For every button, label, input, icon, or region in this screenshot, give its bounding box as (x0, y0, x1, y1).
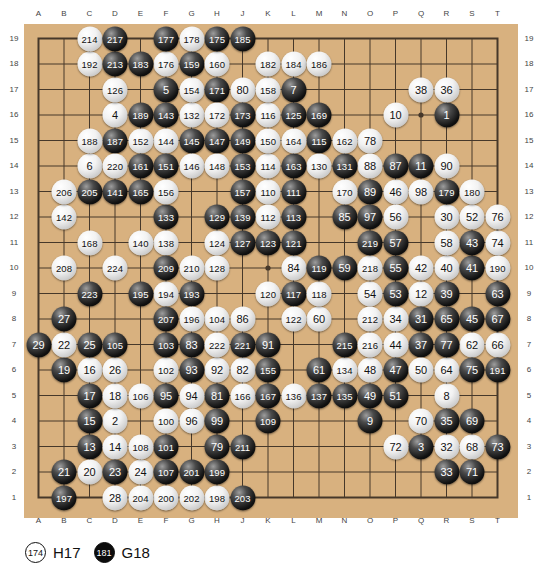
stone-M9: 118 (307, 281, 332, 306)
stone-M15: 115 (307, 128, 332, 153)
stone-N7: 215 (332, 332, 357, 357)
stone-J1: 203 (230, 485, 255, 510)
stone-G9: 193 (179, 281, 204, 306)
stone-J11: 127 (230, 230, 255, 255)
stone-R16: 1 (434, 103, 459, 128)
stone-K9: 120 (256, 281, 281, 306)
coord-label-top-E: E (138, 10, 143, 18)
stone-L5: 136 (281, 383, 306, 408)
stone-G5: 94 (179, 383, 204, 408)
stone-M5: 137 (307, 383, 332, 408)
stone-T6: 191 (485, 358, 510, 383)
coord-label-top-G: G (188, 10, 194, 18)
black-stone-icon: 181 (94, 542, 115, 563)
stone-D17: 126 (103, 77, 128, 102)
stone-K6: 155 (256, 358, 281, 383)
stone-L11: 121 (281, 230, 306, 255)
coord-label-top-P: P (393, 10, 398, 18)
coord-label-left-4: 4 (12, 417, 16, 425)
stone-D5: 18 (103, 383, 128, 408)
stone-B12: 142 (52, 205, 77, 230)
coord-label-right-7: 7 (527, 341, 531, 349)
coord-label-right-12: 12 (525, 213, 534, 221)
coord-label-left-6: 6 (12, 366, 16, 374)
stone-T8: 67 (485, 307, 510, 332)
stone-F11: 138 (154, 230, 179, 255)
stone-K4: 109 (256, 409, 281, 434)
stone-R7: 77 (434, 332, 459, 357)
stone-P14: 87 (383, 154, 408, 179)
stone-P6: 47 (383, 358, 408, 383)
stone-Q7: 37 (409, 332, 434, 357)
stone-C15: 188 (77, 128, 102, 153)
ko-move-location-black: G18 (122, 544, 150, 561)
stone-J17: 80 (230, 77, 255, 102)
stone-K5: 167 (256, 383, 281, 408)
stone-J16: 173 (230, 103, 255, 128)
stone-C9: 223 (77, 281, 102, 306)
stone-H4: 99 (205, 409, 230, 434)
stone-D13: 141 (103, 179, 128, 204)
stone-F9: 194 (154, 281, 179, 306)
stone-S4: 69 (460, 409, 485, 434)
stone-G16: 132 (179, 103, 204, 128)
stone-G10: 210 (179, 256, 204, 281)
coord-label-left-5: 5 (12, 392, 16, 400)
stone-S11: 43 (460, 230, 485, 255)
stone-D14: 220 (103, 154, 128, 179)
stone-E9: 195 (128, 281, 153, 306)
stone-E16: 189 (128, 103, 153, 128)
stone-F12: 133 (154, 205, 179, 230)
stone-J14: 153 (230, 154, 255, 179)
coord-label-right-8: 8 (527, 315, 531, 323)
stone-Q14: 11 (409, 154, 434, 179)
stone-R4: 35 (434, 409, 459, 434)
coord-label-right-5: 5 (527, 392, 531, 400)
stone-G19: 178 (179, 26, 204, 51)
stone-K14: 114 (256, 154, 281, 179)
stone-F8: 207 (154, 307, 179, 332)
stone-M18: 186 (307, 52, 332, 77)
stone-F1: 200 (154, 485, 179, 510)
stone-C4: 15 (77, 409, 102, 434)
coord-label-bottom-H: H (214, 517, 220, 525)
stone-E18: 183 (128, 52, 153, 77)
stone-L15: 164 (281, 128, 306, 153)
coord-label-bottom-R: R (444, 517, 450, 525)
coord-label-bottom-L: L (291, 517, 295, 525)
stone-D1: 28 (103, 485, 128, 510)
stone-K12: 112 (256, 205, 281, 230)
stone-R12: 30 (434, 205, 459, 230)
stone-H6: 92 (205, 358, 230, 383)
stone-F14: 151 (154, 154, 179, 179)
coord-label-top-M: M (316, 10, 323, 18)
stone-R13: 179 (434, 179, 459, 204)
coord-label-bottom-D: D (112, 517, 118, 525)
stone-P10: 55 (383, 256, 408, 281)
stone-Q17: 38 (409, 77, 434, 102)
stone-G6: 93 (179, 358, 204, 383)
stone-E1: 204 (128, 485, 153, 510)
coord-label-right-1: 1 (527, 494, 531, 502)
coord-label-bottom-Q: Q (418, 517, 424, 525)
stone-B8: 27 (52, 307, 77, 332)
stone-C18: 192 (77, 52, 102, 77)
stone-K7: 91 (256, 332, 281, 357)
stone-H3: 79 (205, 434, 230, 459)
stone-P16: 10 (383, 103, 408, 128)
goban[interactable]: 1234567891011121314151617181920212223242… (24, 24, 518, 518)
stone-D4: 2 (103, 409, 128, 434)
coord-label-top-K: K (265, 10, 270, 18)
stone-N10: 59 (332, 256, 357, 281)
stone-N6: 134 (332, 358, 357, 383)
coord-label-top-S: S (469, 10, 474, 18)
stone-K13: 110 (256, 179, 281, 204)
stone-Q13: 98 (409, 179, 434, 204)
stone-J13: 157 (230, 179, 255, 204)
stone-J3: 211 (230, 434, 255, 459)
stone-O12: 97 (358, 205, 383, 230)
stone-R2: 33 (434, 460, 459, 485)
stone-O9: 54 (358, 281, 383, 306)
coord-label-right-6: 6 (527, 366, 531, 374)
coord-label-right-11: 11 (525, 239, 533, 247)
stone-Q3: 3 (409, 434, 434, 459)
coord-label-left-14: 14 (10, 162, 19, 170)
stone-S13: 180 (460, 179, 485, 204)
stone-S8: 45 (460, 307, 485, 332)
coord-label-right-18: 18 (525, 60, 534, 68)
stone-Q9: 12 (409, 281, 434, 306)
stone-O13: 89 (358, 179, 383, 204)
stone-F17: 5 (154, 77, 179, 102)
stone-L10: 84 (281, 256, 306, 281)
stone-C14: 6 (77, 154, 102, 179)
stone-S12: 52 (460, 205, 485, 230)
stone-C13: 205 (77, 179, 102, 204)
stone-R11: 58 (434, 230, 459, 255)
stone-P7: 44 (383, 332, 408, 357)
coord-label-left-7: 7 (12, 341, 16, 349)
stone-H2: 199 (205, 460, 230, 485)
stone-F3: 101 (154, 434, 179, 459)
ko-moves-caption: 174 H17 181 G18 (25, 539, 156, 565)
coord-label-top-O: O (367, 10, 373, 18)
stone-G15: 145 (179, 128, 204, 153)
stone-H16: 172 (205, 103, 230, 128)
coord-label-right-4: 4 (527, 417, 531, 425)
stone-B6: 19 (52, 358, 77, 383)
stone-Q4: 70 (409, 409, 434, 434)
stone-Q10: 42 (409, 256, 434, 281)
coord-label-right-19: 19 (525, 35, 534, 43)
coord-label-bottom-G: G (188, 517, 194, 525)
stone-F16: 143 (154, 103, 179, 128)
coord-label-right-16: 16 (525, 111, 534, 119)
stone-O10: 218 (358, 256, 383, 281)
stone-H12: 129 (205, 205, 230, 230)
stone-K17: 158 (256, 77, 281, 102)
stone-E5: 106 (128, 383, 153, 408)
stone-G4: 96 (179, 409, 204, 434)
stone-J6: 82 (230, 358, 255, 383)
coord-label-top-A: A (36, 10, 41, 18)
stone-R5: 8 (434, 383, 459, 408)
stone-H15: 147 (205, 128, 230, 153)
stone-O8: 212 (358, 307, 383, 332)
stone-N14: 131 (332, 154, 357, 179)
stone-R9: 39 (434, 281, 459, 306)
stone-M8: 60 (307, 307, 332, 332)
white-stone-icon: 174 (25, 542, 46, 563)
coord-label-left-9: 9 (12, 290, 16, 298)
stone-D10: 224 (103, 256, 128, 281)
stone-T10: 190 (485, 256, 510, 281)
coord-label-right-14: 14 (525, 162, 534, 170)
stone-N13: 170 (332, 179, 357, 204)
stone-D19: 217 (103, 26, 128, 51)
stone-A7: 29 (26, 332, 51, 357)
stone-Q8: 31 (409, 307, 434, 332)
stone-O4: 9 (358, 409, 383, 434)
stone-S6: 75 (460, 358, 485, 383)
coord-label-left-1: 1 (12, 494, 16, 502)
stone-B10: 208 (52, 256, 77, 281)
coord-label-left-8: 8 (12, 315, 16, 323)
stone-M10: 119 (307, 256, 332, 281)
coord-label-left-19: 19 (10, 35, 19, 43)
stone-O11: 219 (358, 230, 383, 255)
stone-S7: 62 (460, 332, 485, 357)
stone-E15: 152 (128, 128, 153, 153)
coord-label-bottom-O: O (367, 517, 373, 525)
coord-label-bottom-T: T (495, 517, 500, 525)
coord-label-bottom-A: A (36, 517, 41, 525)
stone-D16: 4 (103, 103, 128, 128)
stone-G18: 159 (179, 52, 204, 77)
stone-M14: 130 (307, 154, 332, 179)
coord-label-top-C: C (87, 10, 93, 18)
stone-G8: 196 (179, 307, 204, 332)
stone-O7: 216 (358, 332, 383, 357)
coord-label-bottom-P: P (393, 517, 398, 525)
stone-G17: 154 (179, 77, 204, 102)
stone-T3: 73 (485, 434, 510, 459)
stone-J15: 149 (230, 128, 255, 153)
coord-label-bottom-C: C (87, 517, 93, 525)
stone-P9: 53 (383, 281, 408, 306)
stone-H14: 148 (205, 154, 230, 179)
go-kifu-diagram: ABCDEFGHJKLMNOPQRST ABCDEFGHJKLMNOPQRST … (0, 0, 540, 577)
coord-label-top-R: R (444, 10, 450, 18)
stone-B13: 206 (52, 179, 77, 204)
stone-K18: 182 (256, 52, 281, 77)
stone-M6: 61 (307, 358, 332, 383)
coord-label-left-18: 18 (10, 60, 19, 68)
stone-F5: 95 (154, 383, 179, 408)
stone-R14: 90 (434, 154, 459, 179)
stone-R8: 65 (434, 307, 459, 332)
coord-label-left-3: 3 (12, 443, 16, 451)
coord-label-bottom-J: J (241, 517, 245, 525)
stone-L18: 184 (281, 52, 306, 77)
coord-label-top-D: D (112, 10, 118, 18)
stone-H17: 171 (205, 77, 230, 102)
coord-label-right-3: 3 (527, 443, 531, 451)
stone-C3: 13 (77, 434, 102, 459)
stone-R17: 36 (434, 77, 459, 102)
stone-F6: 102 (154, 358, 179, 383)
stone-C7: 25 (77, 332, 102, 357)
coord-label-top-N: N (342, 10, 348, 18)
stone-T7: 66 (485, 332, 510, 357)
coord-label-top-J: J (241, 10, 245, 18)
stone-L14: 163 (281, 154, 306, 179)
coord-label-bottom-F: F (164, 517, 169, 525)
stone-F15: 144 (154, 128, 179, 153)
stone-P13: 46 (383, 179, 408, 204)
stone-J19: 185 (230, 26, 255, 51)
stone-K15: 150 (256, 128, 281, 153)
stone-O5: 49 (358, 383, 383, 408)
stone-D15: 187 (103, 128, 128, 153)
coord-label-bottom-B: B (61, 517, 66, 525)
coord-label-top-T: T (495, 10, 500, 18)
coord-label-right-9: 9 (527, 290, 531, 298)
stone-S2: 71 (460, 460, 485, 485)
coord-label-top-B: B (61, 10, 66, 18)
coord-label-left-17: 17 (10, 86, 19, 94)
stone-F7: 103 (154, 332, 179, 357)
stone-H18: 160 (205, 52, 230, 77)
stone-C19: 214 (77, 26, 102, 51)
stone-H5: 81 (205, 383, 230, 408)
stone-J5: 166 (230, 383, 255, 408)
coord-label-bottom-S: S (469, 517, 474, 525)
coord-label-left-10: 10 (10, 264, 19, 272)
stone-D6: 26 (103, 358, 128, 383)
stone-N12: 85 (332, 205, 357, 230)
coord-label-right-15: 15 (525, 137, 534, 145)
stone-F18: 176 (154, 52, 179, 77)
stone-G1: 202 (179, 485, 204, 510)
coord-label-bottom-M: M (316, 517, 323, 525)
coord-label-bottom-K: K (265, 517, 270, 525)
stone-C2: 20 (77, 460, 102, 485)
stone-J12: 139 (230, 205, 255, 230)
stone-H19: 175 (205, 26, 230, 51)
stone-S3: 68 (460, 434, 485, 459)
stone-B1: 197 (52, 485, 77, 510)
stone-B2: 21 (52, 460, 77, 485)
stone-O14: 88 (358, 154, 383, 179)
stone-T12: 76 (485, 205, 510, 230)
stone-O6: 48 (358, 358, 383, 383)
stone-E14: 161 (128, 154, 153, 179)
stone-S10: 41 (460, 256, 485, 281)
stone-F2: 107 (154, 460, 179, 485)
stone-C5: 17 (77, 383, 102, 408)
stone-C11: 168 (77, 230, 102, 255)
stone-T9: 63 (485, 281, 510, 306)
stone-L16: 125 (281, 103, 306, 128)
coord-label-right-17: 17 (525, 86, 534, 94)
stone-G14: 146 (179, 154, 204, 179)
stone-L9: 117 (281, 281, 306, 306)
stone-L13: 111 (281, 179, 306, 204)
stone-P8: 34 (383, 307, 408, 332)
stone-J7: 221 (230, 332, 255, 357)
stone-R10: 40 (434, 256, 459, 281)
stone-F4: 100 (154, 409, 179, 434)
stone-O15: 78 (358, 128, 383, 153)
coord-label-top-F: F (164, 10, 169, 18)
stone-E2: 24 (128, 460, 153, 485)
stone-M16: 169 (307, 103, 332, 128)
coord-label-left-12: 12 (10, 213, 19, 221)
coord-label-top-Q: Q (418, 10, 424, 18)
stone-H8: 104 (205, 307, 230, 332)
stone-T11: 74 (485, 230, 510, 255)
stone-G2: 201 (179, 460, 204, 485)
stone-L17: 7 (281, 77, 306, 102)
ko-move-location-white: H17 (53, 544, 81, 561)
stone-D2: 23 (103, 460, 128, 485)
stone-D18: 213 (103, 52, 128, 77)
stone-K11: 123 (256, 230, 281, 255)
coord-label-right-10: 10 (525, 264, 534, 272)
coord-label-right-2: 2 (527, 468, 531, 476)
stone-F10: 209 (154, 256, 179, 281)
stone-L12: 113 (281, 205, 306, 230)
coord-label-bottom-E: E (138, 517, 143, 525)
coord-label-left-15: 15 (10, 137, 19, 145)
stone-E13: 165 (128, 179, 153, 204)
stone-F13: 156 (154, 179, 179, 204)
coord-label-bottom-N: N (342, 517, 348, 525)
stone-R3: 32 (434, 434, 459, 459)
stone-N5: 135 (332, 383, 357, 408)
stone-P11: 57 (383, 230, 408, 255)
stone-H10: 128 (205, 256, 230, 281)
coord-label-left-13: 13 (10, 188, 19, 196)
coord-label-top-H: H (214, 10, 220, 18)
coord-label-top-L: L (291, 10, 295, 18)
stone-N15: 162 (332, 128, 357, 153)
coord-label-right-13: 13 (525, 188, 534, 196)
stone-K16: 116 (256, 103, 281, 128)
stone-D3: 14 (103, 434, 128, 459)
stone-F19: 177 (154, 26, 179, 51)
stone-P5: 51 (383, 383, 408, 408)
coord-label-left-2: 2 (12, 468, 16, 476)
stone-J8: 86 (230, 307, 255, 332)
stone-R6: 64 (434, 358, 459, 383)
stone-E11: 140 (128, 230, 153, 255)
stone-E3: 108 (128, 434, 153, 459)
coord-label-left-16: 16 (10, 111, 19, 119)
stone-Q6: 50 (409, 358, 434, 383)
stone-H11: 124 (205, 230, 230, 255)
stone-L8: 122 (281, 307, 306, 332)
stone-P3: 72 (383, 434, 408, 459)
stone-D7: 105 (103, 332, 128, 357)
stone-C6: 16 (77, 358, 102, 383)
stone-B7: 22 (52, 332, 77, 357)
